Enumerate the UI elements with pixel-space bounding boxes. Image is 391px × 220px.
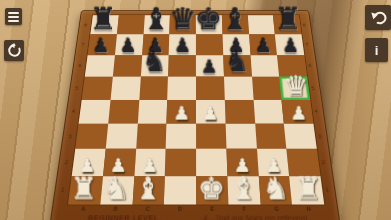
- file-label-c: C: [131, 205, 164, 213]
- square-c8[interactable]: ♝: [143, 15, 170, 34]
- square-c5[interactable]: [139, 77, 168, 100]
- square-c6[interactable]: ♞: [140, 55, 168, 77]
- file-label-g: G: [260, 205, 293, 213]
- square-a4[interactable]: [79, 99, 111, 123]
- chess-app-screen: i 87654321 87654321 ♜♝♛♚♝♜♟♟♟♟♟♟♟♞♟♞♛♟♟♟…: [0, 0, 391, 220]
- square-g7[interactable]: ♟: [249, 35, 277, 56]
- square-a5[interactable]: [82, 77, 113, 100]
- white-pawn-h4[interactable]: ♟: [290, 104, 306, 122]
- square-f3[interactable]: [225, 124, 256, 149]
- square-g1[interactable]: ♞: [258, 176, 292, 205]
- black-pawn-b7[interactable]: ♟: [120, 36, 137, 55]
- square-e3[interactable]: [196, 124, 226, 149]
- black-knight-f6[interactable]: ♞: [225, 49, 249, 76]
- square-b7[interactable]: ♟: [115, 35, 143, 56]
- square-d8[interactable]: ♛: [170, 15, 196, 34]
- square-a6[interactable]: [85, 55, 115, 77]
- white-pawn-e4[interactable]: ♟: [202, 104, 218, 122]
- white-bishop-f1[interactable]: ♝: [231, 173, 258, 203]
- white-queen-h5[interactable]: ♛: [284, 72, 308, 99]
- black-rook-h8[interactable]: ♜: [274, 4, 301, 34]
- square-f1[interactable]: ♝: [227, 176, 260, 205]
- square-g8[interactable]: [247, 15, 275, 34]
- rank-label-7: 7: [77, 35, 88, 56]
- black-pawn-h7[interactable]: ♟: [282, 36, 299, 55]
- rotate-board-button[interactable]: [4, 40, 24, 61]
- white-pawn-d4[interactable]: ♟: [173, 104, 189, 122]
- black-queen-d8[interactable]: ♛: [169, 4, 196, 34]
- undo-button[interactable]: [365, 5, 391, 30]
- square-h5[interactable]: ♛: [279, 77, 310, 100]
- undo-arrow-icon: [370, 10, 387, 26]
- square-e1[interactable]: ♚: [196, 176, 228, 205]
- square-h7[interactable]: ♟: [275, 35, 304, 56]
- square-e5[interactable]: [196, 77, 225, 100]
- square-h3[interactable]: [284, 124, 317, 149]
- square-h4[interactable]: ♟: [282, 99, 314, 123]
- square-a7[interactable]: ♟: [88, 35, 117, 56]
- black-pawn-e6[interactable]: ♟: [202, 58, 218, 76]
- square-g5[interactable]: [252, 77, 282, 100]
- square-g4[interactable]: [253, 99, 284, 123]
- square-b3[interactable]: [105, 124, 137, 149]
- square-f4[interactable]: [225, 99, 255, 123]
- black-pawn-d7[interactable]: ♟: [174, 36, 191, 55]
- white-rook-a1[interactable]: ♜: [71, 173, 98, 203]
- turn-indicator: 4... Trait aux Noirs (en réflexion): [203, 213, 308, 220]
- status-bar: BEGINNER LEVEL 4... Trait aux Noirs (en …: [51, 213, 340, 220]
- black-rook-a8[interactable]: ♜: [90, 4, 117, 34]
- square-c4[interactable]: [137, 99, 167, 123]
- square-b5[interactable]: [110, 77, 140, 100]
- rotate-board-icon: [7, 43, 22, 58]
- file-label-f: F: [228, 205, 261, 213]
- black-bishop-c8[interactable]: ♝: [143, 4, 170, 34]
- square-f5[interactable]: [224, 77, 253, 100]
- chess-board: ♜♝♛♚♝♜♟♟♟♟♟♟♟♞♟♞♛♟♟♟♟♟♟♟♟♜♞♝♚♝♞♜: [68, 15, 324, 204]
- rank-label-4: 4: [67, 99, 79, 123]
- square-e4[interactable]: ♟: [196, 99, 225, 123]
- square-c1[interactable]: ♝: [132, 176, 165, 205]
- white-knight-g1[interactable]: ♞: [262, 173, 289, 203]
- menu-button[interactable]: [5, 8, 22, 25]
- square-b1[interactable]: ♞: [100, 176, 134, 205]
- info-button[interactable]: i: [365, 38, 388, 62]
- hamburger-menu-icon: [8, 12, 19, 22]
- rank-label-5: 5: [71, 77, 83, 100]
- square-d1[interactable]: [164, 176, 196, 205]
- square-f6[interactable]: ♞: [223, 55, 252, 77]
- square-d5[interactable]: [167, 77, 196, 100]
- square-d6[interactable]: [168, 55, 196, 77]
- black-bishop-f8[interactable]: ♝: [222, 4, 249, 34]
- square-a8[interactable]: ♜: [90, 15, 118, 34]
- file-labels: ABCDEFGH: [67, 205, 326, 213]
- square-h1[interactable]: ♜: [289, 176, 324, 205]
- file-label-e: E: [196, 205, 228, 213]
- white-rook-h1[interactable]: ♜: [294, 173, 321, 203]
- square-e8[interactable]: ♚: [196, 15, 222, 34]
- chess-board-frame: 87654321 87654321 ♜♝♛♚♝♜♟♟♟♟♟♟♟♞♟♞♛♟♟♟♟♟…: [49, 10, 341, 220]
- square-e7[interactable]: [196, 35, 223, 56]
- square-c3[interactable]: [136, 124, 167, 149]
- level-label: BEGINNER LEVEL: [87, 213, 159, 220]
- square-b4[interactable]: [108, 99, 139, 123]
- black-king-e8[interactable]: ♚: [196, 4, 223, 34]
- white-king-e1[interactable]: ♚: [199, 173, 226, 203]
- square-b6[interactable]: [113, 55, 142, 77]
- info-icon: i: [375, 44, 379, 57]
- black-knight-c6[interactable]: ♞: [142, 49, 166, 76]
- square-d2[interactable]: [165, 149, 196, 176]
- black-pawn-g7[interactable]: ♟: [255, 36, 272, 55]
- white-knight-b1[interactable]: ♞: [103, 173, 130, 203]
- square-g3[interactable]: [255, 124, 287, 149]
- file-label-h: H: [292, 205, 325, 213]
- rank-label-6: 6: [74, 55, 86, 77]
- square-h8[interactable]: ♜: [273, 15, 301, 34]
- square-d4[interactable]: ♟: [167, 99, 196, 123]
- square-d7[interactable]: ♟: [169, 35, 196, 56]
- square-a1[interactable]: ♜: [68, 176, 103, 205]
- square-d3[interactable]: [166, 124, 196, 149]
- black-pawn-a7[interactable]: ♟: [93, 36, 110, 55]
- file-label-a: A: [67, 205, 100, 213]
- square-g6[interactable]: [250, 55, 279, 77]
- file-label-d: D: [164, 205, 196, 213]
- file-label-b: B: [99, 205, 132, 213]
- square-e6[interactable]: ♟: [196, 55, 224, 77]
- square-b8[interactable]: [117, 15, 145, 34]
- square-f8[interactable]: ♝: [222, 15, 249, 34]
- square-a3[interactable]: [75, 124, 108, 149]
- white-bishop-c1[interactable]: ♝: [135, 173, 162, 203]
